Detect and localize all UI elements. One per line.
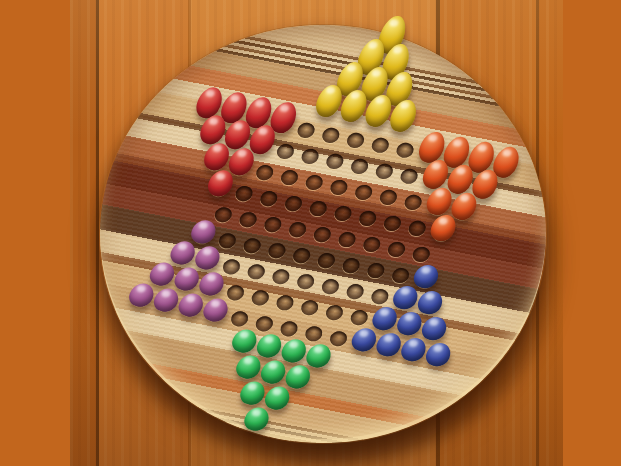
chinese-checkers-photo (0, 0, 621, 466)
